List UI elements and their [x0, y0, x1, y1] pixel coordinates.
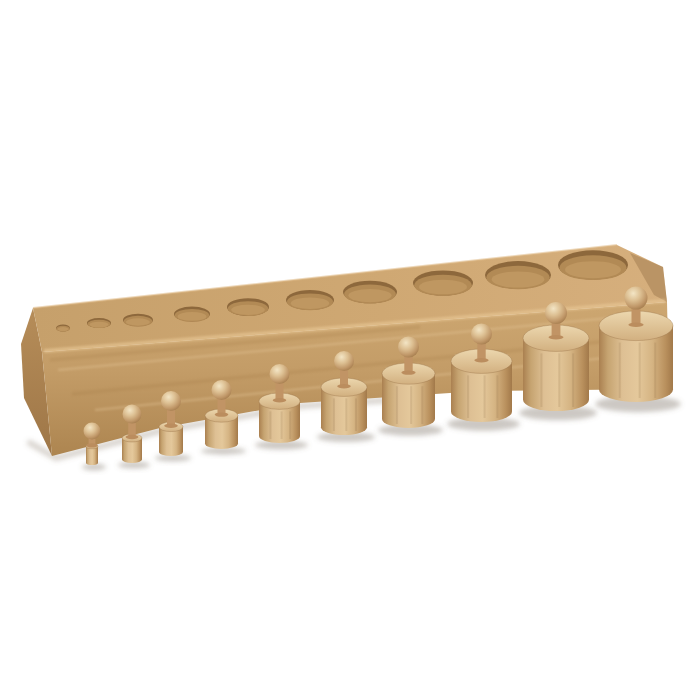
cylinder-4-bottom-rim — [205, 438, 238, 449]
cylinder-8-bottom-rim — [451, 401, 512, 422]
cylinder-4-knob-stem-flare — [215, 412, 229, 416]
cylinder-8-knob-ball — [471, 324, 492, 345]
socket-hole-floor — [178, 312, 207, 321]
cylinder-9-knob-ball — [545, 302, 567, 324]
cylinder-10-bottom-rim — [599, 377, 673, 402]
product-photo — [0, 0, 700, 700]
cylinder-8-knob-stem-flare — [474, 358, 488, 362]
cylinder-3-knob-ball — [161, 391, 181, 411]
cylinder-5-knob-stem-flare — [273, 398, 287, 402]
socket-hole-1 — [56, 325, 70, 332]
socket-hole-5 — [227, 298, 269, 316]
cylinder-6-knob-ball — [334, 351, 354, 371]
cylinder-9-bottom-rim — [523, 389, 589, 411]
cylinder-4-knob-ball — [212, 380, 232, 400]
cylinder-10-knob-stem-flare — [628, 323, 643, 327]
socket-hole-floor — [126, 318, 150, 325]
socket-hole-floor — [231, 305, 265, 315]
socket-hole-10 — [558, 250, 628, 280]
socket-hole-floor — [565, 261, 621, 278]
cylinder-7-knob-ball — [398, 337, 419, 358]
cylinder-6-knob-stem-flare — [337, 384, 351, 388]
cylinder-5-bottom-rim — [259, 429, 300, 443]
socket-hole-floor — [89, 322, 108, 328]
cylinder-10-knob-ball — [625, 287, 648, 310]
socket-hole-floor — [492, 271, 545, 287]
cylinder-2-bottom-rim — [122, 456, 142, 463]
cylinder-1-knob-ball — [84, 423, 101, 440]
socket-hole-2 — [87, 318, 111, 328]
cylinder-2-knob-stem-flare — [126, 435, 139, 439]
socket-hole-6 — [286, 290, 334, 310]
socket-hole-7 — [343, 281, 397, 304]
socket-hole-floor — [348, 289, 391, 302]
cylinder-3-bottom-rim — [159, 448, 183, 456]
socket-hole-9 — [485, 261, 551, 289]
cylinder-7-knob-stem-flare — [401, 370, 415, 374]
scene-svg — [0, 0, 700, 700]
cylinder-5-knob-ball — [270, 364, 290, 384]
cylinder-7-bottom-rim — [382, 410, 435, 428]
cylinder-1-knob-stem-flare — [86, 443, 98, 447]
cylinder-1-bottom-rim — [86, 461, 98, 465]
socket-hole-8 — [413, 270, 473, 295]
cylinder-3-knob-stem-flare — [164, 424, 178, 428]
cylinder-2-knob-ball — [123, 405, 142, 424]
cylinder-6-bottom-rim — [321, 419, 367, 435]
socket-hole-4 — [174, 306, 210, 321]
socket-hole-3 — [123, 314, 153, 327]
cylinder-9-knob-stem-flare — [549, 335, 564, 339]
socket-hole-floor — [419, 280, 467, 295]
socket-hole-floor — [291, 297, 329, 309]
socket-hole-floor — [57, 327, 68, 331]
